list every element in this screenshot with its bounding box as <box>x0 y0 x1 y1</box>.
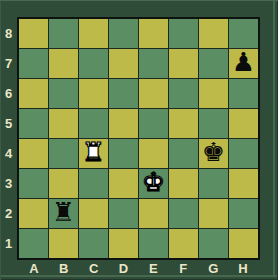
square-h4[interactable] <box>229 139 258 168</box>
square-h5[interactable] <box>229 109 258 138</box>
square-d5[interactable] <box>109 109 138 138</box>
rank-labels: 8 7 6 5 4 3 2 1 <box>0 19 17 258</box>
rank-label-5: 5 <box>0 109 17 139</box>
square-c1[interactable] <box>79 229 108 258</box>
file-label-h: H <box>228 259 258 277</box>
file-labels: A B C D E F G H <box>19 259 258 277</box>
square-d2[interactable] <box>109 199 138 228</box>
square-f1[interactable] <box>169 229 198 258</box>
square-e8[interactable] <box>139 19 168 48</box>
square-f5[interactable] <box>169 109 198 138</box>
square-c3[interactable] <box>79 169 108 198</box>
square-a5[interactable] <box>19 109 48 138</box>
square-g6[interactable] <box>199 79 228 108</box>
square-a1[interactable] <box>19 229 48 258</box>
white-king[interactable]: ♚ <box>142 168 165 197</box>
black-pawn[interactable]: ♟ <box>232 48 255 77</box>
square-e3[interactable]: ♚ <box>139 169 168 198</box>
rank-label-8: 8 <box>0 19 17 49</box>
file-label-f: F <box>168 259 198 277</box>
square-g4[interactable]: ♚ <box>199 139 228 168</box>
square-f7[interactable] <box>169 49 198 78</box>
square-e6[interactable] <box>139 79 168 108</box>
square-c6[interactable] <box>79 79 108 108</box>
square-a7[interactable] <box>19 49 48 78</box>
square-h2[interactable] <box>229 199 258 228</box>
rank-label-3: 3 <box>0 168 17 198</box>
rank-label-6: 6 <box>0 79 17 109</box>
square-e5[interactable] <box>139 109 168 138</box>
square-e7[interactable] <box>139 49 168 78</box>
file-label-a: A <box>19 259 49 277</box>
square-f3[interactable] <box>169 169 198 198</box>
file-label-d: D <box>109 259 139 277</box>
square-b7[interactable] <box>49 49 78 78</box>
square-a2[interactable] <box>19 199 48 228</box>
square-a3[interactable] <box>19 169 48 198</box>
rank-label-1: 1 <box>0 228 17 258</box>
board-frame: 8 7 6 5 4 3 2 1 ♟♜♚♚♜ A B C D E F G H <box>0 0 278 280</box>
square-b1[interactable] <box>49 229 78 258</box>
square-b4[interactable] <box>49 139 78 168</box>
square-b2[interactable]: ♜ <box>49 199 78 228</box>
square-f2[interactable] <box>169 199 198 228</box>
square-c8[interactable] <box>79 19 108 48</box>
square-h6[interactable] <box>229 79 258 108</box>
file-label-c: C <box>79 259 109 277</box>
square-d8[interactable] <box>109 19 138 48</box>
file-label-g: G <box>198 259 228 277</box>
square-f8[interactable] <box>169 19 198 48</box>
square-f6[interactable] <box>169 79 198 108</box>
square-b8[interactable] <box>49 19 78 48</box>
file-label-b: B <box>49 259 79 277</box>
square-g7[interactable] <box>199 49 228 78</box>
square-f4[interactable] <box>169 139 198 168</box>
square-g3[interactable] <box>199 169 228 198</box>
rank-label-4: 4 <box>0 139 17 169</box>
black-king[interactable]: ♚ <box>202 138 225 167</box>
square-g1[interactable] <box>199 229 228 258</box>
square-c7[interactable] <box>79 49 108 78</box>
square-b6[interactable] <box>49 79 78 108</box>
rank-label-2: 2 <box>0 198 17 228</box>
square-c5[interactable] <box>79 109 108 138</box>
rank-label-7: 7 <box>0 49 17 79</box>
square-g8[interactable] <box>199 19 228 48</box>
square-a8[interactable] <box>19 19 48 48</box>
square-b3[interactable] <box>49 169 78 198</box>
square-h3[interactable] <box>229 169 258 198</box>
square-b5[interactable] <box>49 109 78 138</box>
square-h7[interactable]: ♟ <box>229 49 258 78</box>
white-rook[interactable]: ♜ <box>82 138 105 167</box>
square-h1[interactable] <box>229 229 258 258</box>
square-d3[interactable] <box>109 169 138 198</box>
square-d7[interactable] <box>109 49 138 78</box>
square-d4[interactable] <box>109 139 138 168</box>
square-c2[interactable] <box>79 199 108 228</box>
square-d6[interactable] <box>109 79 138 108</box>
square-e1[interactable] <box>139 229 168 258</box>
black-rook[interactable]: ♜ <box>52 198 75 227</box>
frame-bevel-right <box>273 1 275 277</box>
square-a4[interactable] <box>19 139 48 168</box>
square-d1[interactable] <box>109 229 138 258</box>
file-label-e: E <box>139 259 169 277</box>
board: ♟♜♚♚♜ <box>17 17 260 260</box>
square-g2[interactable] <box>199 199 228 228</box>
square-e2[interactable] <box>139 199 168 228</box>
square-a6[interactable] <box>19 79 48 108</box>
square-c4[interactable]: ♜ <box>79 139 108 168</box>
square-h8[interactable] <box>229 19 258 48</box>
square-g5[interactable] <box>199 109 228 138</box>
square-e4[interactable] <box>139 139 168 168</box>
